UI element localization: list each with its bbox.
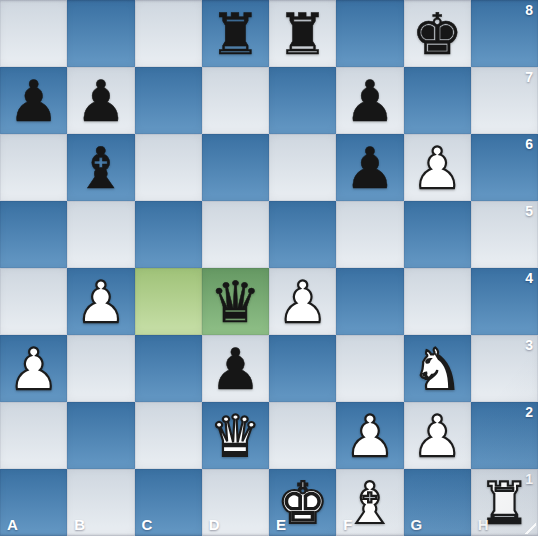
square-a7[interactable]: ♟	[0, 67, 67, 134]
square-h5[interactable]: 5	[471, 201, 538, 268]
piece-white-king[interactable]: ♚	[277, 475, 328, 532]
square-d8[interactable]: ♜	[202, 0, 269, 67]
square-f8[interactable]	[336, 0, 403, 67]
square-c2[interactable]	[135, 402, 202, 469]
chess-board: ♜♜♚8♟♟♟7♝♟♟65♟♛♟4♟♟♞3♛♟♟2ABCD♚E♝FG♜H1	[0, 0, 538, 536]
piece-white-rook[interactable]: ♜	[479, 475, 530, 532]
square-e3[interactable]	[269, 335, 336, 402]
square-g1[interactable]: G	[404, 469, 471, 536]
square-b5[interactable]	[67, 201, 134, 268]
square-b4[interactable]: ♟	[67, 268, 134, 335]
piece-white-pawn[interactable]: ♟	[412, 140, 463, 197]
square-b7[interactable]: ♟	[67, 67, 134, 134]
piece-black-bishop[interactable]: ♝	[75, 140, 126, 197]
square-b2[interactable]	[67, 402, 134, 469]
square-g6[interactable]: ♟	[404, 134, 471, 201]
rank-label-3: 3	[525, 337, 533, 353]
piece-black-king[interactable]: ♚	[412, 6, 463, 63]
square-e2[interactable]	[269, 402, 336, 469]
square-d7[interactable]	[202, 67, 269, 134]
rank-label-7: 7	[525, 69, 533, 85]
square-e8[interactable]: ♜	[269, 0, 336, 67]
file-label-b: B	[74, 516, 85, 533]
piece-black-queen[interactable]: ♛	[210, 274, 261, 331]
square-d4[interactable]: ♛	[202, 268, 269, 335]
piece-white-queen[interactable]: ♛	[210, 408, 261, 465]
square-f6[interactable]: ♟	[336, 134, 403, 201]
square-h2[interactable]: 2	[471, 402, 538, 469]
square-a5[interactable]	[0, 201, 67, 268]
square-e7[interactable]	[269, 67, 336, 134]
square-f2[interactable]: ♟	[336, 402, 403, 469]
rank-label-4: 4	[525, 270, 533, 286]
square-c3[interactable]	[135, 335, 202, 402]
piece-white-pawn[interactable]: ♟	[8, 341, 59, 398]
square-h8[interactable]: 8	[471, 0, 538, 67]
file-label-c: C	[142, 516, 153, 533]
square-b1[interactable]: B	[67, 469, 134, 536]
piece-black-rook[interactable]: ♜	[210, 6, 261, 63]
square-e6[interactable]	[269, 134, 336, 201]
square-b3[interactable]	[67, 335, 134, 402]
square-g3[interactable]: ♞	[404, 335, 471, 402]
square-f4[interactable]	[336, 268, 403, 335]
rank-label-6: 6	[525, 136, 533, 152]
piece-black-pawn[interactable]: ♟	[75, 73, 126, 130]
square-a4[interactable]	[0, 268, 67, 335]
square-c8[interactable]	[135, 0, 202, 67]
square-d2[interactable]: ♛	[202, 402, 269, 469]
rank-label-8: 8	[525, 2, 533, 18]
square-a8[interactable]	[0, 0, 67, 67]
square-f3[interactable]	[336, 335, 403, 402]
piece-black-pawn[interactable]: ♟	[344, 73, 395, 130]
square-a3[interactable]: ♟	[0, 335, 67, 402]
square-d6[interactable]	[202, 134, 269, 201]
square-h3[interactable]: 3	[471, 335, 538, 402]
piece-white-knight[interactable]: ♞	[412, 341, 463, 398]
piece-black-pawn[interactable]: ♟	[344, 140, 395, 197]
square-h4[interactable]: 4	[471, 268, 538, 335]
square-c1[interactable]: C	[135, 469, 202, 536]
square-a2[interactable]	[0, 402, 67, 469]
piece-white-pawn[interactable]: ♟	[412, 408, 463, 465]
square-b8[interactable]	[67, 0, 134, 67]
rank-label-5: 5	[525, 203, 533, 219]
square-a1[interactable]: A	[0, 469, 67, 536]
file-label-g: G	[411, 516, 423, 533]
square-g7[interactable]	[404, 67, 471, 134]
square-b6[interactable]: ♝	[67, 134, 134, 201]
square-a6[interactable]	[0, 134, 67, 201]
square-g5[interactable]	[404, 201, 471, 268]
piece-white-pawn[interactable]: ♟	[344, 408, 395, 465]
square-e4[interactable]: ♟	[269, 268, 336, 335]
square-d1[interactable]: D	[202, 469, 269, 536]
square-c7[interactable]	[135, 67, 202, 134]
square-c5[interactable]	[135, 201, 202, 268]
square-c4[interactable]	[135, 268, 202, 335]
piece-black-pawn[interactable]: ♟	[8, 73, 59, 130]
piece-black-rook[interactable]: ♜	[277, 6, 328, 63]
file-label-d: D	[209, 516, 220, 533]
square-c6[interactable]	[135, 134, 202, 201]
square-e1[interactable]: ♚E	[269, 469, 336, 536]
rank-label-2: 2	[525, 404, 533, 420]
file-label-a: A	[7, 516, 18, 533]
square-g8[interactable]: ♚	[404, 0, 471, 67]
piece-white-bishop[interactable]: ♝	[344, 475, 395, 532]
piece-white-pawn[interactable]: ♟	[277, 274, 328, 331]
square-d5[interactable]	[202, 201, 269, 268]
square-f5[interactable]	[336, 201, 403, 268]
square-h6[interactable]: 6	[471, 134, 538, 201]
square-g2[interactable]: ♟	[404, 402, 471, 469]
square-e5[interactable]	[269, 201, 336, 268]
piece-white-pawn[interactable]: ♟	[75, 274, 126, 331]
square-f1[interactable]: ♝F	[336, 469, 403, 536]
square-d3[interactable]: ♟	[202, 335, 269, 402]
square-h7[interactable]: 7	[471, 67, 538, 134]
piece-black-pawn[interactable]: ♟	[210, 341, 261, 398]
square-f7[interactable]: ♟	[336, 67, 403, 134]
square-g4[interactable]	[404, 268, 471, 335]
square-h1[interactable]: ♜H1	[471, 469, 538, 536]
